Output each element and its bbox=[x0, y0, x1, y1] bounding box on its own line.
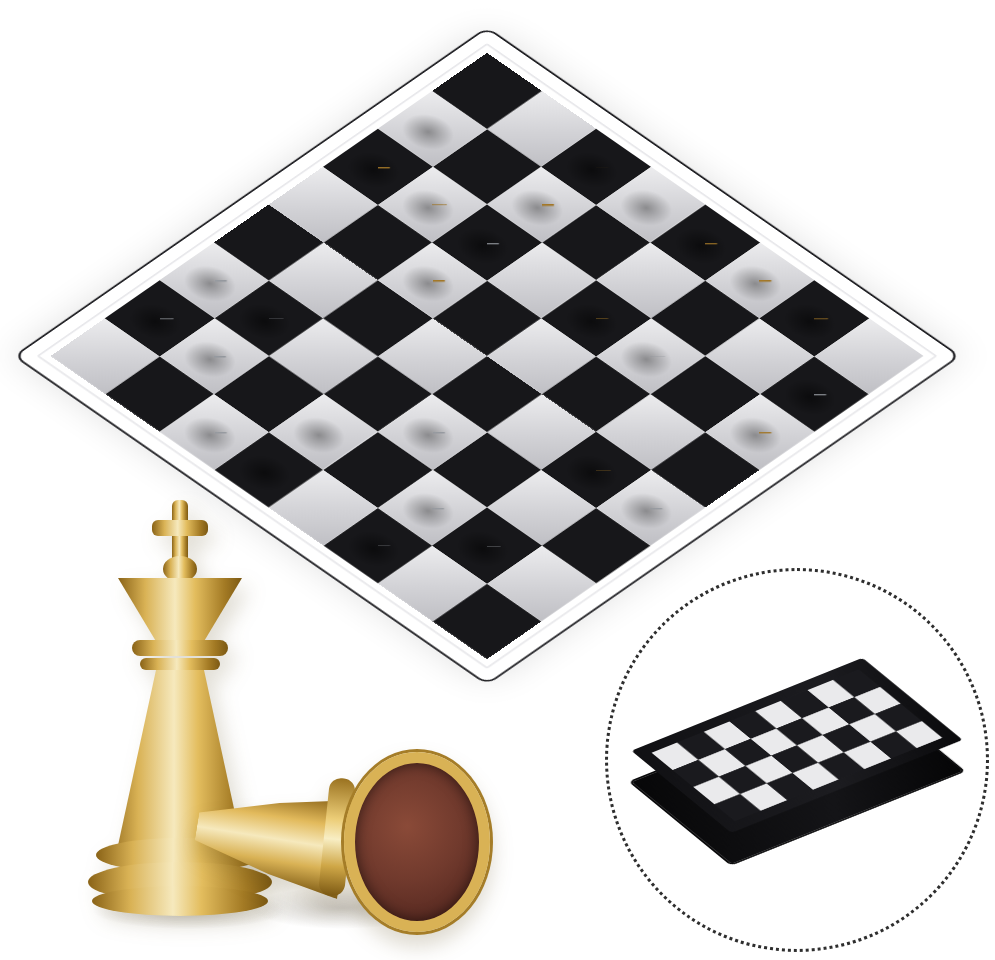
magnetic-felt-base bbox=[344, 752, 490, 932]
chess-piece-gold-queen: ♛ bbox=[624, 152, 678, 212]
chess-piece-silver-rook: ♜ bbox=[465, 504, 509, 553]
chess-piece-gold-knight: ♞ bbox=[410, 161, 456, 212]
chess-piece-silver-pawn: ♟ bbox=[196, 248, 232, 288]
chess-piece-gold-knight: ♞ bbox=[573, 426, 619, 477]
board-cell-c4: ♟ bbox=[378, 394, 487, 470]
page: { "game": "chess", "scene": "magnetic-tr… bbox=[0, 0, 995, 960]
folded-board-grid bbox=[652, 669, 943, 821]
inset-circle bbox=[605, 568, 989, 952]
chess-piece-silver-king: ♚ bbox=[294, 375, 352, 439]
chess-piece-silver-queen: ♛ bbox=[242, 418, 296, 478]
chess-piece-silver-rook: ♜ bbox=[138, 277, 182, 326]
chess-piece-gold-pawn: ♟ bbox=[742, 400, 778, 440]
chess-piece-silver-pawn: ♟ bbox=[196, 324, 232, 364]
chess-piece-silver-knight: ♞ bbox=[246, 275, 292, 326]
chess-piece-silver-pawn: ♟ bbox=[415, 400, 451, 440]
chess-piece-gold-pawn: ♟ bbox=[415, 248, 451, 288]
king-collar-ring bbox=[132, 640, 228, 656]
chess-piece-gold-bishop: ♝ bbox=[572, 121, 620, 174]
board-cell-e5 bbox=[432, 280, 541, 356]
chess-piece-gold-pawn: ♟ bbox=[742, 248, 778, 288]
chess-piece-silver-pawn: ♟ bbox=[196, 400, 232, 440]
board-cell-a8 bbox=[51, 318, 160, 394]
chess-piece-gold-pawn: ♟ bbox=[524, 172, 560, 212]
chess-piece-gold-bishop: ♝ bbox=[572, 273, 620, 326]
chess-piece-silver-pawn: ♟ bbox=[796, 362, 832, 402]
board-cell-d6 bbox=[323, 280, 432, 356]
chess-piece-silver-pawn: ♟ bbox=[633, 475, 669, 515]
chess-piece-gold-rook: ♜ bbox=[792, 277, 836, 326]
closeup-pieces bbox=[28, 492, 468, 952]
chess-piece-gold-king: ♚ bbox=[404, 72, 462, 136]
chess-piece-gold-pawn: ♟ bbox=[687, 210, 723, 250]
chess-piece-silver-knight: ♞ bbox=[628, 313, 674, 364]
king-cross-icon bbox=[152, 520, 208, 536]
king-collar-ring bbox=[140, 658, 220, 670]
king-crown bbox=[118, 578, 242, 640]
chess-piece-gold-pawn: ♟ bbox=[360, 134, 396, 174]
chess-piece-silver-pawn: ♟ bbox=[469, 210, 505, 250]
closeup-lying-piece bbox=[196, 730, 456, 940]
